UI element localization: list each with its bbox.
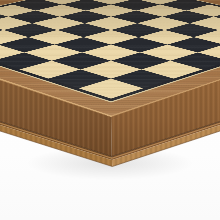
- maple-string-line: [0, 0, 220, 102]
- field-border-line: [0, 0, 220, 101]
- board-grid: [0, 0, 220, 98]
- chessboard-photo: [0, 0, 220, 220]
